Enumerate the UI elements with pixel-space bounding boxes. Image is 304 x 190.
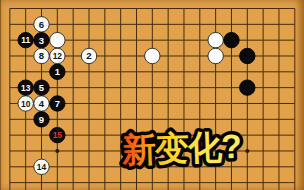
- black-stone-move-3: 3: [34, 32, 49, 47]
- move-number: 10: [21, 99, 31, 109]
- go-board: 123456789101112131415 新变化?: [0, 0, 304, 190]
- move-number: 11: [21, 35, 30, 45]
- move-number: 9: [39, 114, 44, 125]
- move-number: 7: [55, 98, 60, 109]
- white-stone-move-8: 8: [34, 48, 49, 63]
- move-number: 2: [86, 50, 91, 61]
- move-number: 5: [39, 82, 45, 93]
- black-stone: [224, 32, 239, 47]
- white-stone: [208, 48, 223, 63]
- move-number: 8: [39, 50, 44, 61]
- white-stone-move-2: 2: [81, 48, 96, 63]
- black-stone: [240, 48, 255, 63]
- black-stone-move-1: 1: [50, 64, 65, 79]
- white-stone: [50, 32, 65, 47]
- caption-text: 新变化?: [120, 127, 241, 169]
- move-number: 14: [37, 162, 47, 172]
- move-number: 6: [39, 19, 44, 30]
- black-stone-move-13: 13: [18, 80, 33, 95]
- white-stone: [208, 32, 223, 47]
- white-stone-move-14: 14: [34, 159, 49, 174]
- white-stone-move-10: 10: [18, 96, 33, 111]
- black-stone-move-15: 15: [50, 127, 65, 142]
- move-number: 15: [53, 130, 63, 140]
- black-stone-move-11: 11: [18, 32, 33, 47]
- move-number: 1: [55, 66, 61, 77]
- move-number: 12: [53, 51, 63, 61]
- move-number: 3: [39, 35, 44, 46]
- white-stone: [145, 48, 160, 63]
- white-stone-move-4: 4: [34, 96, 49, 111]
- black-stone-move-9: 9: [34, 112, 49, 127]
- move-number: 13: [21, 83, 31, 93]
- white-stone-move-12: 12: [50, 48, 65, 63]
- white-stone-move-6: 6: [34, 17, 49, 32]
- move-number: 4: [39, 98, 45, 109]
- black-stone: [240, 80, 255, 95]
- black-stone-move-7: 7: [50, 96, 65, 111]
- black-stone-move-5: 5: [34, 80, 49, 95]
- go-board-diagram: 123456789101112131415 新变化?: [0, 0, 304, 190]
